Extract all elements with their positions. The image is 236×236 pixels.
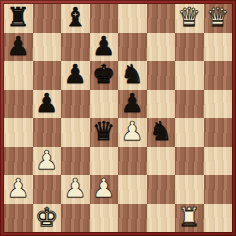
square-a2[interactable]: ♟ — [4, 175, 33, 204]
piece-white-rook[interactable]: ♜ — [178, 204, 201, 230]
square-a5[interactable] — [4, 90, 33, 119]
square-f2[interactable] — [147, 175, 176, 204]
piece-black-king[interactable]: ♚ — [92, 61, 115, 87]
square-b6[interactable] — [33, 61, 62, 90]
square-g6[interactable] — [175, 61, 204, 90]
square-h2[interactable] — [204, 175, 233, 204]
piece-black-queen[interactable]: ♛ — [92, 118, 115, 144]
square-f8[interactable] — [147, 4, 176, 33]
square-d1[interactable] — [90, 204, 119, 233]
square-h1[interactable] — [204, 204, 233, 233]
piece-black-pawn[interactable]: ♟ — [121, 90, 144, 116]
square-c3[interactable] — [61, 147, 90, 176]
square-b8[interactable] — [33, 4, 62, 33]
square-f4[interactable]: ♞ — [147, 118, 176, 147]
chess-board-frame: ♜♝♛♛♟♟♟♚♞♟♟♛♟♞♟♟♟♟♚♜ — [0, 0, 236, 236]
square-e2[interactable] — [118, 175, 147, 204]
square-h6[interactable] — [204, 61, 233, 90]
square-c1[interactable] — [61, 204, 90, 233]
square-b1[interactable]: ♚ — [33, 204, 62, 233]
square-f1[interactable] — [147, 204, 176, 233]
square-b2[interactable] — [33, 175, 62, 204]
square-c5[interactable] — [61, 90, 90, 119]
square-b3[interactable]: ♟ — [33, 147, 62, 176]
square-b7[interactable] — [33, 33, 62, 62]
piece-black-pawn[interactable]: ♟ — [35, 90, 58, 116]
square-g3[interactable] — [175, 147, 204, 176]
piece-black-knight[interactable]: ♞ — [121, 61, 144, 87]
piece-white-pawn[interactable]: ♟ — [7, 175, 30, 201]
square-f6[interactable] — [147, 61, 176, 90]
piece-white-pawn[interactable]: ♟ — [35, 147, 58, 173]
piece-black-pawn[interactable]: ♟ — [7, 33, 30, 59]
piece-white-pawn[interactable]: ♟ — [121, 118, 144, 144]
square-d6[interactable]: ♚ — [90, 61, 119, 90]
square-e7[interactable] — [118, 33, 147, 62]
square-g4[interactable] — [175, 118, 204, 147]
square-d2[interactable]: ♟ — [90, 175, 119, 204]
square-h4[interactable] — [204, 118, 233, 147]
piece-white-queen[interactable]: ♛ — [206, 4, 229, 30]
square-a3[interactable] — [4, 147, 33, 176]
square-d5[interactable] — [90, 90, 119, 119]
square-e4[interactable]: ♟ — [118, 118, 147, 147]
square-e1[interactable] — [118, 204, 147, 233]
square-e3[interactable] — [118, 147, 147, 176]
square-f7[interactable] — [147, 33, 176, 62]
square-h3[interactable] — [204, 147, 233, 176]
square-a8[interactable]: ♜ — [4, 4, 33, 33]
square-c6[interactable]: ♟ — [61, 61, 90, 90]
square-e6[interactable]: ♞ — [118, 61, 147, 90]
piece-black-pawn[interactable]: ♟ — [92, 33, 115, 59]
square-g7[interactable] — [175, 33, 204, 62]
square-a6[interactable] — [4, 61, 33, 90]
square-c2[interactable]: ♟ — [61, 175, 90, 204]
square-e5[interactable]: ♟ — [118, 90, 147, 119]
square-f3[interactable] — [147, 147, 176, 176]
piece-white-pawn[interactable]: ♟ — [64, 175, 87, 201]
square-d4[interactable]: ♛ — [90, 118, 119, 147]
square-g5[interactable] — [175, 90, 204, 119]
square-b4[interactable] — [33, 118, 62, 147]
piece-black-knight[interactable]: ♞ — [149, 118, 172, 144]
square-d7[interactable]: ♟ — [90, 33, 119, 62]
square-h5[interactable] — [204, 90, 233, 119]
square-c7[interactable] — [61, 33, 90, 62]
square-c8[interactable]: ♝ — [61, 4, 90, 33]
piece-white-king[interactable]: ♚ — [35, 204, 58, 230]
square-d3[interactable] — [90, 147, 119, 176]
square-g8[interactable]: ♛ — [175, 4, 204, 33]
square-f5[interactable] — [147, 90, 176, 119]
square-g2[interactable] — [175, 175, 204, 204]
square-d8[interactable] — [90, 4, 119, 33]
piece-black-rook[interactable]: ♜ — [7, 4, 30, 30]
piece-black-pawn[interactable]: ♟ — [64, 61, 87, 87]
chess-board: ♜♝♛♛♟♟♟♚♞♟♟♛♟♞♟♟♟♟♚♜ — [4, 4, 232, 232]
square-a1[interactable] — [4, 204, 33, 233]
piece-white-queen[interactable]: ♛ — [178, 4, 201, 30]
square-a7[interactable]: ♟ — [4, 33, 33, 62]
square-e8[interactable] — [118, 4, 147, 33]
piece-black-bishop[interactable]: ♝ — [64, 4, 87, 30]
square-h7[interactable] — [204, 33, 233, 62]
square-b5[interactable]: ♟ — [33, 90, 62, 119]
square-a4[interactable] — [4, 118, 33, 147]
square-h8[interactable]: ♛ — [204, 4, 233, 33]
square-g1[interactable]: ♜ — [175, 204, 204, 233]
piece-white-pawn[interactable]: ♟ — [92, 175, 115, 201]
square-c4[interactable] — [61, 118, 90, 147]
